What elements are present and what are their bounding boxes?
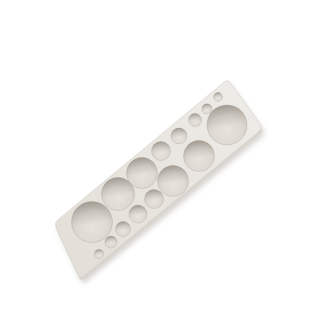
pit-u4 <box>171 128 187 144</box>
product-photo: mancala-style pit board (empty tray, ove… <box>40 16 280 327</box>
pit-l2 <box>105 236 117 248</box>
pits-group <box>72 93 248 259</box>
pit-u2 <box>127 158 158 189</box>
pit-u5 <box>189 114 202 127</box>
pit-u6 <box>202 104 212 114</box>
pit-u7 <box>214 93 223 102</box>
pit-l3 <box>116 222 131 237</box>
board-photo <box>40 16 280 327</box>
pit-u3 <box>152 142 171 161</box>
pit-l1 <box>94 249 103 258</box>
pit-store-b <box>207 105 247 145</box>
pit-l7 <box>184 141 215 172</box>
pit-l5 <box>145 190 164 209</box>
pit-l4 <box>129 205 147 223</box>
pit-l6 <box>158 166 189 197</box>
pit-store-a <box>72 202 113 243</box>
